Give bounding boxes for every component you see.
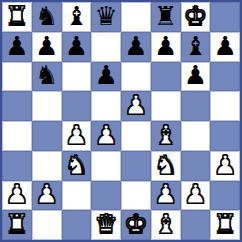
square-f6[interactable] [151,62,181,92]
square-b8[interactable]: ♞ [32,2,62,32]
square-f5[interactable] [151,91,181,121]
square-h3[interactable]: ♟ [210,151,240,181]
square-d4[interactable]: ♟ [91,121,121,151]
white-rook-piece: ♜ [213,211,236,237]
square-c5[interactable] [62,91,92,121]
square-f4[interactable]: ♝ [151,121,181,151]
black-rook-piece: ♜ [154,3,177,29]
square-d7[interactable] [91,32,121,62]
square-a1[interactable]: ♜ [2,210,32,240]
square-b6[interactable]: ♞ [32,62,62,92]
white-pawn-piece: ♟ [5,181,28,207]
square-g2[interactable]: ♟ [181,181,211,211]
white-king-piece: ♚ [124,211,147,237]
white-bishop-piece: ♝ [154,211,177,237]
white-pawn-piece: ♟ [184,181,207,207]
square-a8[interactable]: ♜ [2,2,32,32]
square-h1[interactable]: ♜ [210,210,240,240]
square-g3[interactable] [181,151,211,181]
white-pawn-piece: ♟ [124,92,147,118]
square-d5[interactable] [91,91,121,121]
white-rook-piece: ♜ [5,211,28,237]
square-b2[interactable]: ♟ [32,181,62,211]
black-bishop-piece: ♝ [184,33,207,59]
black-pawn-piece: ♟ [65,33,88,59]
white-king-piece: ♚ [184,3,207,29]
black-pawn-piece: ♟ [94,62,117,88]
black-pawn-piece: ♟ [213,33,236,59]
square-a2[interactable]: ♟ [2,181,32,211]
white-pawn-piece: ♟ [213,152,236,178]
square-g7[interactable]: ♝ [181,32,211,62]
square-c4[interactable]: ♟ [62,121,92,151]
white-knight-piece: ♞ [154,152,177,178]
white-pawn-piece: ♟ [65,122,88,148]
black-knight-piece: ♞ [35,3,58,29]
black-queen-piece: ♛ [94,3,117,29]
square-c8[interactable]: ♝ [62,2,92,32]
square-d8[interactable]: ♛ [91,2,121,32]
square-c3[interactable]: ♞ [62,151,92,181]
square-b3[interactable] [32,151,62,181]
square-f3[interactable]: ♞ [151,151,181,181]
square-b4[interactable] [32,121,62,151]
black-pawn-piece: ♟ [154,33,177,59]
white-pawn-piece: ♟ [154,181,177,207]
black-bishop-piece: ♝ [65,3,88,29]
black-pawn-piece: ♟ [5,33,28,59]
square-c7[interactable]: ♟ [62,32,92,62]
square-h4[interactable] [210,121,240,151]
square-h5[interactable] [210,91,240,121]
square-f1[interactable]: ♝ [151,210,181,240]
square-e1[interactable]: ♚ [121,210,151,240]
square-c2[interactable] [62,181,92,211]
square-e4[interactable] [121,121,151,151]
black-pawn-piece: ♟ [184,62,207,88]
square-a6[interactable] [2,62,32,92]
white-queen-piece: ♛ [94,211,117,237]
white-bishop-piece: ♝ [154,122,177,148]
square-a3[interactable] [2,151,32,181]
square-h6[interactable] [210,62,240,92]
square-c6[interactable] [62,62,92,92]
square-g8[interactable]: ♚ [181,2,211,32]
square-h8[interactable] [210,2,240,32]
square-b7[interactable]: ♟ [32,32,62,62]
white-pawn-piece: ♟ [35,181,58,207]
square-a5[interactable] [2,91,32,121]
square-b1[interactable] [32,210,62,240]
square-e8[interactable] [121,2,151,32]
square-d3[interactable] [91,151,121,181]
white-knight-piece: ♞ [65,152,88,178]
square-h7[interactable]: ♟ [210,32,240,62]
square-e2[interactable] [121,181,151,211]
square-d6[interactable]: ♟ [91,62,121,92]
black-knight-piece: ♞ [35,62,58,88]
square-e7[interactable]: ♟ [121,32,151,62]
black-pawn-piece: ♟ [124,33,147,59]
square-e6[interactable] [121,62,151,92]
square-d1[interactable]: ♛ [91,210,121,240]
chess-board: ♜♞♝♛♜♚♟♟♟♟♟♝♟♞♟♟♟♟♟♝♞♞♟♟♟♟♟♜♛♚♝♜ [0,0,242,242]
black-pawn-piece: ♟ [35,33,58,59]
square-g1[interactable] [181,210,211,240]
square-e5[interactable]: ♟ [121,91,151,121]
square-b5[interactable] [32,91,62,121]
square-a7[interactable]: ♟ [2,32,32,62]
square-h2[interactable] [210,181,240,211]
white-pawn-piece: ♟ [94,122,117,148]
square-g4[interactable] [181,121,211,151]
white-rook-piece: ♜ [5,3,28,29]
square-e3[interactable] [121,151,151,181]
square-a4[interactable] [2,121,32,151]
square-d2[interactable] [91,181,121,211]
square-f8[interactable]: ♜ [151,2,181,32]
square-g5[interactable] [181,91,211,121]
square-f2[interactable]: ♟ [151,181,181,211]
square-f7[interactable]: ♟ [151,32,181,62]
square-c1[interactable] [62,210,92,240]
square-g6[interactable]: ♟ [181,62,211,92]
